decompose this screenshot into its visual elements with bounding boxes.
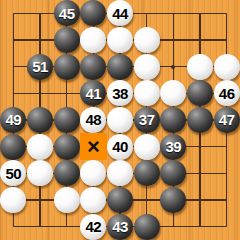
white-stone: 38 [107,80,133,106]
board-point-r6c6[interactable] [133,133,160,160]
white-stone [0,187,26,213]
black-stone [0,134,26,160]
board-point-r8c6[interactable] [133,187,160,214]
black-stone [107,54,133,80]
board-point-r3c8[interactable] [187,53,214,80]
board-point-r3c9[interactable] [213,53,240,80]
black-stone [134,214,160,240]
board-point-r5c1[interactable]: 49 [0,107,27,134]
move-number: 40 [112,139,128,154]
board-point-r4c3[interactable] [53,80,80,107]
board-point-r4c5[interactable]: 38 [107,80,134,107]
board-point-r8c1[interactable] [0,187,27,214]
white-stone [80,160,106,186]
board-point-r5c8[interactable] [187,107,214,134]
board-point-r8c7[interactable] [160,187,187,214]
board-point-r6c3[interactable] [53,133,80,160]
white-stone [107,160,133,186]
black-stone [134,160,160,186]
board-point-r1c5[interactable]: 44 [107,0,134,27]
board-point-r3c5[interactable] [107,53,134,80]
move-number: 51 [32,59,48,74]
black-stone: 47 [214,107,240,133]
board-point-r2c2[interactable] [27,27,54,54]
board-point-r6c4[interactable]: × [80,133,107,160]
board-point-r7c7[interactable] [160,160,187,187]
board-point-r3c6[interactable] [133,53,160,80]
move-number: 43 [112,219,128,234]
board-point-r7c1[interactable]: 50 [0,160,27,187]
move-number: 44 [112,6,128,21]
board-point-r8c3[interactable] [53,187,80,214]
board-point-r1c4[interactable] [80,0,107,27]
board-point-r8c5[interactable] [107,187,134,214]
white-stone: 46 [214,80,240,106]
board-point-r9c2[interactable] [27,213,54,240]
board-point-r9c4[interactable]: 42 [80,213,107,240]
black-stone: 37 [134,107,160,133]
board-point-r2c4[interactable] [80,27,107,54]
board-point-r6c2[interactable] [27,133,54,160]
board-point-r6c8[interactable] [187,133,214,160]
move-number: 39 [165,139,181,154]
move-number: 48 [85,112,101,127]
board-point-r7c9[interactable] [213,160,240,187]
move-number: 49 [5,112,21,127]
black-stone [54,134,80,160]
board-point-r8c9[interactable] [213,187,240,214]
move-number: 46 [219,86,235,101]
go-board: 45445141384649483747×4039504243 [0,0,240,240]
white-stone [80,187,106,213]
black-stone [187,80,213,106]
white-stone: 44 [107,0,133,26]
move-number: 45 [59,6,75,21]
board-point-r4c4[interactable]: 41 [80,80,107,107]
board-point-r3c2[interactable]: 51 [27,53,54,80]
black-stone [107,187,133,213]
white-stone [107,107,133,133]
move-number: 47 [219,112,235,127]
black-stone [160,187,186,213]
board-point-r7c6[interactable] [133,160,160,187]
white-stone [27,134,53,160]
board-point-r1c8[interactable] [187,0,214,27]
white-stone [134,54,160,80]
board-point-r6c9[interactable] [213,133,240,160]
board-point-r7c3[interactable] [53,160,80,187]
board-point-r3c7[interactable] [160,53,187,80]
board-point-r3c4[interactable] [80,53,107,80]
black-stone [27,107,53,133]
board-point-r7c8[interactable] [187,160,214,187]
board-point-r8c2[interactable] [27,187,54,214]
board-point-r4c7[interactable] [160,80,187,107]
board-point-r1c9[interactable] [213,0,240,27]
white-stone: 48 [80,107,106,133]
black-stone [54,27,80,53]
board-point-r8c8[interactable] [187,187,214,214]
white-stone [27,160,53,186]
board-point-r2c6[interactable] [133,27,160,54]
board-point-r2c1[interactable] [0,27,27,54]
white-stone [160,80,186,106]
board-point-r7c4[interactable] [80,160,107,187]
board-point-r2c5[interactable] [107,27,134,54]
board-point-r5c3[interactable] [53,107,80,134]
white-stone [107,27,133,53]
board-point-r5c9[interactable]: 47 [213,107,240,134]
black-stone [160,107,186,133]
board-point-r1c7[interactable] [160,0,187,27]
white-stone: 50 [0,160,26,186]
board-point-r6c1[interactable] [0,133,27,160]
board-point-r3c1[interactable] [0,53,27,80]
board-point-r2c3[interactable] [53,27,80,54]
move-number: 38 [112,86,128,101]
move-number: 50 [5,166,21,181]
board-point-r1c2[interactable] [27,0,54,27]
board-point-r2c9[interactable] [213,27,240,54]
white-stone: 42 [80,214,106,240]
board-grid: 45445141384649483747×4039504243 [0,0,240,240]
board-point-r9c9[interactable] [213,213,240,240]
black-stone: 43 [107,214,133,240]
black-stone [54,107,80,133]
black-stone [187,107,213,133]
board-point-r9c3[interactable] [53,213,80,240]
black-stone: 45 [54,0,80,26]
board-point-r4c6[interactable] [133,80,160,107]
board-point-r2c8[interactable] [187,27,214,54]
black-stone: 41 [80,80,106,106]
black-stone [80,0,106,26]
board-point-r8c4[interactable] [80,187,107,214]
board-point-r6c5[interactable]: 40 [107,133,134,160]
board-point-r6c7[interactable]: 39 [160,133,187,160]
black-stone [54,54,80,80]
white-stone [134,27,160,53]
board-point-r7c2[interactable] [27,160,54,187]
white-stone [54,187,80,213]
board-point-r9c5[interactable]: 43 [107,213,134,240]
black-stone: 39 [160,134,186,160]
move-number: 37 [139,112,155,127]
board-point-r4c2[interactable] [27,80,54,107]
board-point-r4c8[interactable] [187,80,214,107]
board-point-r4c1[interactable] [0,80,27,107]
board-point-r1c1[interactable] [0,0,27,27]
white-stone [187,54,213,80]
board-point-r5c4[interactable]: 48 [80,107,107,134]
x-marker: × [87,136,100,158]
board-point-r9c8[interactable] [187,213,214,240]
white-stone [134,80,160,106]
board-point-r5c5[interactable] [107,107,134,134]
white-stone: 40 [107,134,133,160]
board-point-r5c2[interactable] [27,107,54,134]
move-number: 41 [85,86,101,101]
move-number: 42 [85,219,101,234]
black-stone: 51 [27,54,53,80]
board-point-r1c6[interactable] [133,0,160,27]
white-stone [134,134,160,160]
board-point-r5c6[interactable]: 37 [133,107,160,134]
black-stone [80,54,106,80]
board-point-r2c7[interactable] [160,27,187,54]
black-stone [160,160,186,186]
white-stone [80,27,106,53]
board-point-r3c3[interactable] [53,53,80,80]
board-point-r7c5[interactable] [107,160,134,187]
board-point-r9c1[interactable] [0,213,27,240]
white-stone [214,54,240,80]
black-stone: 49 [0,107,26,133]
board-point-r4c9[interactable]: 46 [213,80,240,107]
board-point-r9c6[interactable] [133,213,160,240]
board-point-r9c7[interactable] [160,213,187,240]
board-point-r5c7[interactable] [160,107,187,134]
black-stone [54,160,80,186]
board-point-r1c3[interactable]: 45 [53,0,80,27]
